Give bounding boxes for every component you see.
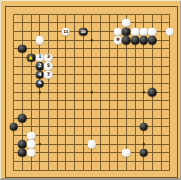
grid-line-horizontal <box>13 135 170 136</box>
stone-white-move-7[interactable]: 7 <box>44 71 53 80</box>
stone-white[interactable] <box>27 131 36 140</box>
stone-black-move-10[interactable]: 10 <box>79 27 88 36</box>
grid-line-vertical <box>100 14 101 171</box>
grid-line-horizontal <box>13 170 170 171</box>
stone-black[interactable] <box>139 36 148 45</box>
stone-black[interactable] <box>27 53 36 62</box>
stone-white[interactable] <box>35 36 44 45</box>
grid-line-vertical <box>169 14 170 171</box>
stone-black[interactable] <box>18 149 27 158</box>
stone-white[interactable] <box>113 27 122 36</box>
grid-line-vertical <box>109 14 110 171</box>
stone-white[interactable] <box>131 27 140 36</box>
stone-white-move-9[interactable]: 9 <box>113 36 122 45</box>
stone-white[interactable] <box>27 140 36 149</box>
move-number-label: 11 <box>63 30 68 34</box>
grid-line-horizontal <box>13 109 170 110</box>
grid-line-horizontal <box>13 161 170 162</box>
stone-white[interactable] <box>139 27 148 36</box>
stone-white-move-5[interactable]: 5 <box>44 62 53 71</box>
stone-black[interactable] <box>9 123 18 132</box>
stone-black[interactable] <box>148 36 157 45</box>
move-number-label: 6 <box>38 81 41 86</box>
move-number-label: 7 <box>47 72 50 77</box>
stone-black[interactable] <box>18 140 27 149</box>
move-number-label: 1 <box>38 55 41 60</box>
stone-black[interactable] <box>148 88 157 97</box>
stone-white[interactable] <box>27 149 36 158</box>
stone-black-move-2[interactable]: 2 <box>35 62 44 71</box>
grid-line-vertical <box>161 14 162 171</box>
move-number-label: 4 <box>38 72 41 77</box>
stone-black-move-6[interactable]: 6 <box>35 79 44 88</box>
grid-line-horizontal <box>13 118 170 119</box>
go-board[interactable]: 111091325476 <box>0 0 181 180</box>
stone-white[interactable] <box>165 27 174 36</box>
move-number-label: 2 <box>38 64 41 69</box>
stone-black[interactable] <box>139 149 148 158</box>
stone-white[interactable] <box>122 149 131 158</box>
stone-black[interactable] <box>18 114 27 123</box>
stone-white[interactable] <box>122 19 131 28</box>
stone-black-move-4[interactable]: 4 <box>35 71 44 80</box>
stone-black[interactable] <box>122 27 131 36</box>
stone-black[interactable] <box>122 36 131 45</box>
stone-white-move-11[interactable]: 11 <box>61 27 70 36</box>
grid-line-horizontal <box>13 100 170 101</box>
move-number-label: 10 <box>81 30 86 34</box>
move-number-label: 5 <box>47 64 50 69</box>
stone-white-move-3[interactable]: 3 <box>44 53 53 62</box>
stone-white[interactable] <box>87 140 96 149</box>
stone-black[interactable] <box>139 123 148 132</box>
stone-black[interactable] <box>18 45 27 54</box>
stone-black[interactable] <box>131 36 140 45</box>
stone-white[interactable] <box>148 27 157 36</box>
move-number-label: 9 <box>116 38 119 43</box>
move-number-label: 3 <box>47 55 50 60</box>
stone-white-move-1[interactable]: 1 <box>35 53 44 62</box>
last-move-triangle-marker <box>29 55 33 59</box>
